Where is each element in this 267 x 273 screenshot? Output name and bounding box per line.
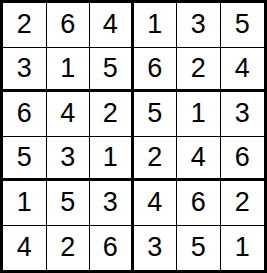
cell-r5c1: 1: [3, 181, 47, 226]
cell-r1c3: 4: [90, 3, 134, 48]
cell-r4c1: 5: [3, 137, 47, 182]
cell-r5c6: 2: [221, 181, 265, 226]
cell-r2c6: 4: [221, 48, 265, 93]
cell-r1c1: 2: [3, 3, 47, 48]
cell-r3c6: 3: [221, 92, 265, 137]
cell-r2c1: 3: [3, 48, 47, 93]
cell-r6c3: 6: [90, 226, 134, 271]
cell-r3c1: 6: [3, 92, 47, 137]
cell-r5c5: 6: [177, 181, 221, 226]
cell-r4c5: 4: [177, 137, 221, 182]
cell-r3c3: 2: [90, 92, 134, 137]
cell-r4c2: 3: [47, 137, 91, 182]
cell-r1c6: 5: [221, 3, 265, 48]
cell-r4c4: 2: [134, 137, 178, 182]
cell-r2c2: 1: [47, 48, 91, 93]
cell-r6c4: 3: [134, 226, 178, 271]
cell-r4c6: 6: [221, 137, 265, 182]
cell-r1c2: 6: [47, 3, 91, 48]
cell-r6c2: 2: [47, 226, 91, 271]
cell-r1c5: 3: [177, 3, 221, 48]
cell-r5c3: 3: [90, 181, 134, 226]
cell-r3c5: 1: [177, 92, 221, 137]
cell-r5c4: 4: [134, 181, 178, 226]
cell-r5c2: 5: [47, 181, 91, 226]
cell-r6c1: 4: [3, 226, 47, 271]
cell-r3c2: 4: [47, 92, 91, 137]
cell-r4c3: 1: [90, 137, 134, 182]
sudoku-grid: 264135315624642513531246153462426351: [0, 0, 267, 273]
cell-r2c4: 6: [134, 48, 178, 93]
cell-r2c5: 2: [177, 48, 221, 93]
cell-r1c4: 1: [134, 3, 178, 48]
cell-r6c6: 1: [221, 226, 265, 271]
cell-r2c3: 5: [90, 48, 134, 93]
cell-r3c4: 5: [134, 92, 178, 137]
cell-r6c5: 5: [177, 226, 221, 271]
